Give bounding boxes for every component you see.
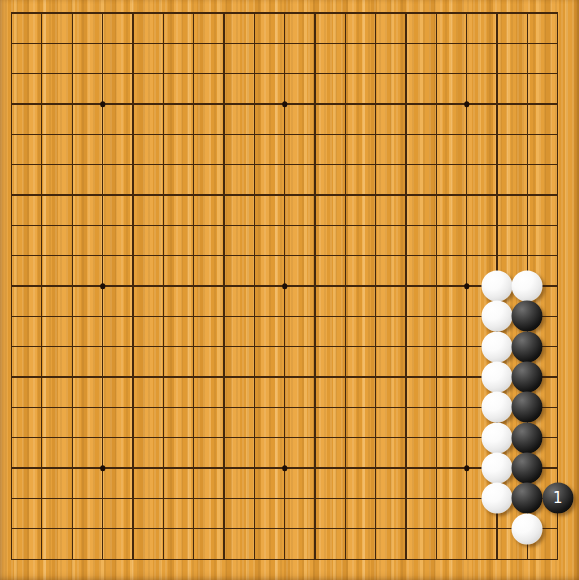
- intersection[interactable]: [330, 271, 360, 301]
- intersection[interactable]: [269, 180, 299, 210]
- intersection[interactable]: [330, 150, 360, 180]
- intersection[interactable]: [391, 241, 421, 271]
- intersection[interactable]: [300, 0, 330, 28]
- intersection[interactable]: [512, 544, 542, 574]
- intersection[interactable]: [300, 392, 330, 422]
- intersection[interactable]: [360, 544, 390, 574]
- intersection[interactable]: [482, 301, 512, 331]
- intersection[interactable]: [543, 210, 573, 240]
- intersection[interactable]: [482, 241, 512, 271]
- intersection[interactable]: [178, 210, 208, 240]
- intersection[interactable]: [360, 453, 390, 483]
- intersection[interactable]: [391, 119, 421, 149]
- intersection[interactable]: [0, 514, 27, 544]
- intersection[interactable]: [482, 514, 512, 544]
- intersection[interactable]: [87, 241, 117, 271]
- intersection[interactable]: [451, 0, 481, 28]
- intersection[interactable]: [421, 392, 451, 422]
- intersection[interactable]: [57, 59, 87, 89]
- intersection[interactable]: [209, 544, 239, 574]
- intersection[interactable]: [269, 392, 299, 422]
- intersection[interactable]: [57, 119, 87, 149]
- intersection[interactable]: [118, 0, 148, 28]
- intersection[interactable]: [239, 332, 269, 362]
- intersection[interactable]: [0, 119, 27, 149]
- intersection[interactable]: [391, 59, 421, 89]
- intersection[interactable]: [421, 544, 451, 574]
- intersection[interactable]: [421, 332, 451, 362]
- intersection[interactable]: [543, 392, 573, 422]
- intersection[interactable]: [512, 150, 542, 180]
- intersection[interactable]: [209, 210, 239, 240]
- intersection[interactable]: [421, 119, 451, 149]
- intersection[interactable]: [391, 423, 421, 453]
- intersection[interactable]: [482, 210, 512, 240]
- intersection[interactable]: [239, 210, 269, 240]
- intersection[interactable]: [421, 362, 451, 392]
- intersection[interactable]: [27, 514, 57, 544]
- intersection[interactable]: [330, 544, 360, 574]
- intersection[interactable]: [360, 150, 390, 180]
- intersection[interactable]: [482, 0, 512, 28]
- intersection[interactable]: [360, 241, 390, 271]
- intersection[interactable]: [543, 119, 573, 149]
- intersection[interactable]: [148, 483, 178, 513]
- intersection[interactable]: [512, 423, 542, 453]
- intersection[interactable]: [209, 150, 239, 180]
- intersection[interactable]: [391, 28, 421, 58]
- intersection[interactable]: [87, 423, 117, 453]
- intersection[interactable]: [543, 332, 573, 362]
- intersection[interactable]: [360, 119, 390, 149]
- intersection[interactable]: [360, 301, 390, 331]
- intersection[interactable]: [148, 514, 178, 544]
- intersection[interactable]: [391, 483, 421, 513]
- intersection[interactable]: [118, 150, 148, 180]
- intersection[interactable]: [118, 28, 148, 58]
- intersection[interactable]: [209, 453, 239, 483]
- intersection[interactable]: [148, 119, 178, 149]
- intersection[interactable]: [360, 89, 390, 119]
- intersection[interactable]: [57, 180, 87, 210]
- intersection[interactable]: [148, 392, 178, 422]
- intersection[interactable]: [57, 514, 87, 544]
- intersection[interactable]: [118, 544, 148, 574]
- intersection[interactable]: [118, 392, 148, 422]
- intersection[interactable]: [57, 392, 87, 422]
- intersection[interactable]: [209, 119, 239, 149]
- intersection[interactable]: [330, 483, 360, 513]
- intersection[interactable]: [178, 271, 208, 301]
- intersection[interactable]: [57, 0, 87, 28]
- intersection[interactable]: [178, 28, 208, 58]
- intersection[interactable]: [239, 28, 269, 58]
- intersection[interactable]: [360, 332, 390, 362]
- intersection[interactable]: [57, 301, 87, 331]
- intersection[interactable]: [543, 544, 573, 574]
- intersection[interactable]: [451, 28, 481, 58]
- intersection[interactable]: [512, 119, 542, 149]
- intersection[interactable]: [543, 28, 573, 58]
- intersection[interactable]: [178, 423, 208, 453]
- intersection[interactable]: [512, 28, 542, 58]
- intersection[interactable]: [330, 392, 360, 422]
- intersection[interactable]: [421, 59, 451, 89]
- intersection[interactable]: [118, 332, 148, 362]
- intersection[interactable]: [27, 271, 57, 301]
- intersection[interactable]: [451, 423, 481, 453]
- intersection[interactable]: [148, 28, 178, 58]
- intersection[interactable]: [0, 483, 27, 513]
- intersection[interactable]: [300, 59, 330, 89]
- intersection[interactable]: [27, 28, 57, 58]
- intersection[interactable]: [330, 332, 360, 362]
- intersection[interactable]: [209, 28, 239, 58]
- intersection[interactable]: [482, 362, 512, 392]
- intersection[interactable]: [482, 180, 512, 210]
- intersection[interactable]: [482, 271, 512, 301]
- intersection[interactable]: [27, 241, 57, 271]
- intersection[interactable]: [57, 423, 87, 453]
- intersection[interactable]: [148, 362, 178, 392]
- intersection[interactable]: [543, 514, 573, 544]
- intersection[interactable]: [451, 392, 481, 422]
- intersection[interactable]: [543, 0, 573, 28]
- intersection[interactable]: [269, 150, 299, 180]
- intersection[interactable]: [87, 332, 117, 362]
- intersection[interactable]: [0, 453, 27, 483]
- intersection[interactable]: [330, 301, 360, 331]
- intersection[interactable]: [239, 89, 269, 119]
- intersection[interactable]: [269, 453, 299, 483]
- intersection[interactable]: [27, 59, 57, 89]
- intersection[interactable]: [269, 332, 299, 362]
- intersection[interactable]: [87, 89, 117, 119]
- intersection[interactable]: [300, 332, 330, 362]
- intersection[interactable]: [451, 483, 481, 513]
- intersection[interactable]: [178, 483, 208, 513]
- intersection[interactable]: [451, 59, 481, 89]
- intersection[interactable]: [512, 332, 542, 362]
- intersection[interactable]: [178, 392, 208, 422]
- intersection[interactable]: [178, 453, 208, 483]
- intersection[interactable]: [482, 483, 512, 513]
- intersection[interactable]: [269, 423, 299, 453]
- intersection[interactable]: [27, 392, 57, 422]
- intersection[interactable]: [178, 301, 208, 331]
- intersection[interactable]: [512, 301, 542, 331]
- intersection[interactable]: [57, 453, 87, 483]
- intersection[interactable]: [239, 423, 269, 453]
- intersection[interactable]: [27, 332, 57, 362]
- intersection[interactable]: [239, 362, 269, 392]
- intersection[interactable]: [0, 271, 27, 301]
- intersection[interactable]: [543, 362, 573, 392]
- intersection[interactable]: [269, 483, 299, 513]
- intersection[interactable]: [209, 483, 239, 513]
- intersection[interactable]: [57, 89, 87, 119]
- intersection[interactable]: [391, 362, 421, 392]
- intersection[interactable]: [27, 150, 57, 180]
- intersection[interactable]: [0, 28, 27, 58]
- intersection[interactable]: [421, 89, 451, 119]
- intersection[interactable]: [27, 362, 57, 392]
- intersection[interactable]: [0, 332, 27, 362]
- intersection[interactable]: [27, 119, 57, 149]
- intersection[interactable]: [482, 59, 512, 89]
- intersection[interactable]: [269, 59, 299, 89]
- intersection[interactable]: [482, 119, 512, 149]
- intersection[interactable]: [87, 392, 117, 422]
- intersection[interactable]: [512, 59, 542, 89]
- intersection[interactable]: [300, 514, 330, 544]
- intersection[interactable]: [0, 89, 27, 119]
- intersection[interactable]: [543, 301, 573, 331]
- intersection[interactable]: [57, 241, 87, 271]
- intersection[interactable]: [27, 180, 57, 210]
- intersection[interactable]: [57, 271, 87, 301]
- intersection[interactable]: [57, 210, 87, 240]
- intersection[interactable]: [482, 150, 512, 180]
- intersection[interactable]: [239, 150, 269, 180]
- intersection[interactable]: [360, 514, 390, 544]
- intersection[interactable]: [148, 180, 178, 210]
- intersection[interactable]: [360, 180, 390, 210]
- intersection[interactable]: [239, 392, 269, 422]
- intersection[interactable]: [330, 210, 360, 240]
- intersection[interactable]: [148, 301, 178, 331]
- intersection[interactable]: [0, 150, 27, 180]
- intersection[interactable]: [209, 0, 239, 28]
- intersection[interactable]: [330, 423, 360, 453]
- intersection[interactable]: [300, 362, 330, 392]
- intersection[interactable]: [451, 271, 481, 301]
- intersection[interactable]: [27, 89, 57, 119]
- intersection[interactable]: [391, 544, 421, 574]
- intersection[interactable]: [118, 210, 148, 240]
- intersection[interactable]: [0, 544, 27, 574]
- intersection[interactable]: [330, 453, 360, 483]
- intersection[interactable]: [300, 119, 330, 149]
- intersection[interactable]: [239, 514, 269, 544]
- intersection[interactable]: [148, 423, 178, 453]
- intersection[interactable]: [512, 180, 542, 210]
- intersection[interactable]: [269, 362, 299, 392]
- intersection[interactable]: [300, 241, 330, 271]
- intersection[interactable]: [482, 28, 512, 58]
- intersection[interactable]: [421, 453, 451, 483]
- intersection[interactable]: [451, 241, 481, 271]
- intersection[interactable]: [300, 89, 330, 119]
- intersection[interactable]: [209, 514, 239, 544]
- intersection[interactable]: [360, 483, 390, 513]
- intersection[interactable]: [148, 544, 178, 574]
- intersection[interactable]: [87, 301, 117, 331]
- intersection[interactable]: [300, 483, 330, 513]
- intersection[interactable]: [178, 514, 208, 544]
- intersection[interactable]: [87, 453, 117, 483]
- intersection[interactable]: [421, 150, 451, 180]
- intersection[interactable]: [300, 180, 330, 210]
- intersection[interactable]: [87, 180, 117, 210]
- intersection[interactable]: [391, 210, 421, 240]
- intersection[interactable]: [512, 483, 542, 513]
- intersection[interactable]: [239, 241, 269, 271]
- intersection[interactable]: [330, 241, 360, 271]
- intersection[interactable]: [391, 514, 421, 544]
- intersection[interactable]: [57, 483, 87, 513]
- intersection[interactable]: [0, 59, 27, 89]
- intersection[interactable]: [87, 0, 117, 28]
- intersection[interactable]: [87, 119, 117, 149]
- intersection[interactable]: [239, 271, 269, 301]
- intersection[interactable]: [421, 241, 451, 271]
- intersection[interactable]: [421, 514, 451, 544]
- intersection[interactable]: [27, 483, 57, 513]
- intersection[interactable]: [391, 180, 421, 210]
- intersection[interactable]: [421, 301, 451, 331]
- intersection[interactable]: [209, 423, 239, 453]
- intersection[interactable]: [118, 362, 148, 392]
- intersection[interactable]: [118, 483, 148, 513]
- intersection[interactable]: [330, 514, 360, 544]
- intersection[interactable]: [360, 28, 390, 58]
- intersection[interactable]: [543, 89, 573, 119]
- intersection[interactable]: [148, 332, 178, 362]
- intersection[interactable]: [118, 301, 148, 331]
- intersection[interactable]: [451, 301, 481, 331]
- intersection[interactable]: [178, 89, 208, 119]
- intersection[interactable]: [300, 544, 330, 574]
- intersection[interactable]: [87, 362, 117, 392]
- intersection[interactable]: [57, 362, 87, 392]
- intersection[interactable]: [512, 0, 542, 28]
- intersection[interactable]: [178, 362, 208, 392]
- intersection[interactable]: [0, 0, 27, 28]
- intersection[interactable]: [482, 332, 512, 362]
- intersection[interactable]: [421, 483, 451, 513]
- intersection[interactable]: [0, 180, 27, 210]
- intersection[interactable]: [391, 301, 421, 331]
- intersection[interactable]: [482, 453, 512, 483]
- intersection[interactable]: [148, 453, 178, 483]
- intersection[interactable]: [330, 180, 360, 210]
- intersection[interactable]: [482, 89, 512, 119]
- intersection[interactable]: [209, 180, 239, 210]
- intersection[interactable]: [269, 514, 299, 544]
- intersection[interactable]: [148, 241, 178, 271]
- intersection[interactable]: [87, 271, 117, 301]
- intersection[interactable]: [300, 150, 330, 180]
- intersection[interactable]: [239, 453, 269, 483]
- intersection[interactable]: [269, 301, 299, 331]
- intersection[interactable]: [87, 483, 117, 513]
- intersection[interactable]: [209, 392, 239, 422]
- intersection[interactable]: [87, 59, 117, 89]
- intersection[interactable]: [118, 180, 148, 210]
- intersection[interactable]: [360, 59, 390, 89]
- intersection[interactable]: [27, 453, 57, 483]
- intersection[interactable]: [451, 362, 481, 392]
- intersection[interactable]: [178, 241, 208, 271]
- intersection[interactable]: [27, 301, 57, 331]
- intersection[interactable]: [0, 392, 27, 422]
- intersection[interactable]: [118, 514, 148, 544]
- intersection[interactable]: [360, 0, 390, 28]
- intersection[interactable]: [451, 514, 481, 544]
- intersection[interactable]: [269, 544, 299, 574]
- intersection[interactable]: [451, 150, 481, 180]
- intersection[interactable]: [512, 210, 542, 240]
- intersection[interactable]: [148, 150, 178, 180]
- intersection[interactable]: [300, 271, 330, 301]
- intersection[interactable]: [512, 392, 542, 422]
- intersection[interactable]: [148, 210, 178, 240]
- intersection[interactable]: [209, 271, 239, 301]
- intersection[interactable]: [300, 423, 330, 453]
- intersection[interactable]: [57, 150, 87, 180]
- intersection[interactable]: [543, 453, 573, 483]
- intersection[interactable]: [451, 180, 481, 210]
- intersection[interactable]: [239, 0, 269, 28]
- intersection[interactable]: [512, 271, 542, 301]
- intersection[interactable]: [0, 301, 27, 331]
- intersection[interactable]: [178, 59, 208, 89]
- intersection[interactable]: [0, 423, 27, 453]
- intersection[interactable]: [543, 423, 573, 453]
- intersection[interactable]: [330, 362, 360, 392]
- intersection[interactable]: [87, 514, 117, 544]
- intersection[interactable]: [27, 0, 57, 28]
- intersection[interactable]: [451, 544, 481, 574]
- intersection[interactable]: [482, 423, 512, 453]
- intersection[interactable]: [178, 150, 208, 180]
- intersection[interactable]: [330, 28, 360, 58]
- intersection[interactable]: [360, 392, 390, 422]
- intersection[interactable]: [178, 119, 208, 149]
- intersection[interactable]: [451, 332, 481, 362]
- intersection[interactable]: [512, 514, 542, 544]
- intersection[interactable]: [360, 210, 390, 240]
- intersection[interactable]: [239, 544, 269, 574]
- intersection[interactable]: [391, 0, 421, 28]
- intersection[interactable]: [421, 210, 451, 240]
- intersection[interactable]: [269, 0, 299, 28]
- intersection[interactable]: [512, 453, 542, 483]
- intersection[interactable]: [330, 89, 360, 119]
- intersection[interactable]: [118, 59, 148, 89]
- intersection[interactable]: [27, 210, 57, 240]
- intersection[interactable]: [512, 89, 542, 119]
- intersection[interactable]: [118, 89, 148, 119]
- intersection[interactable]: [360, 271, 390, 301]
- intersection[interactable]: [178, 544, 208, 574]
- intersection[interactable]: [421, 28, 451, 58]
- intersection[interactable]: [360, 423, 390, 453]
- intersection[interactable]: [330, 59, 360, 89]
- intersection[interactable]: [87, 150, 117, 180]
- intersection[interactable]: [300, 210, 330, 240]
- intersection[interactable]: [391, 150, 421, 180]
- intersection[interactable]: [178, 332, 208, 362]
- intersection[interactable]: [391, 392, 421, 422]
- intersection[interactable]: [543, 59, 573, 89]
- intersection[interactable]: [391, 332, 421, 362]
- intersection[interactable]: [239, 119, 269, 149]
- intersection[interactable]: [57, 332, 87, 362]
- intersection[interactable]: [57, 28, 87, 58]
- intersection[interactable]: [118, 271, 148, 301]
